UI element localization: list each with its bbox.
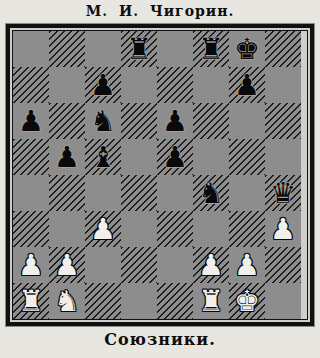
- square-c8: [85, 31, 121, 67]
- square-a7: [13, 67, 49, 103]
- square-e8: [157, 31, 193, 67]
- white-player-caption: Союзники.: [0, 330, 320, 350]
- square-c1: [85, 283, 121, 319]
- square-a1: ♜: [13, 283, 49, 319]
- white-pawn-b2: ♟: [49, 247, 85, 283]
- square-g6: [229, 103, 265, 139]
- square-d1: [121, 283, 157, 319]
- square-b2: ♟: [49, 247, 85, 283]
- square-c4: [85, 175, 121, 211]
- black-king-g8: ♚: [229, 31, 265, 67]
- white-pawn-h3: ♟: [265, 211, 301, 247]
- white-pawn-a2: ♟: [13, 247, 49, 283]
- square-f2: ♟: [193, 247, 229, 283]
- square-c6: ♞: [85, 103, 121, 139]
- square-d5: [121, 139, 157, 175]
- square-h8: [265, 31, 301, 67]
- square-f3: [193, 211, 229, 247]
- white-pawn-g2: ♟: [229, 247, 265, 283]
- square-d2: [121, 247, 157, 283]
- square-b5: ♟: [49, 139, 85, 175]
- square-a3: [13, 211, 49, 247]
- square-e4: [157, 175, 193, 211]
- square-h6: [265, 103, 301, 139]
- square-c7: ♟: [85, 67, 121, 103]
- square-b1: ♞: [49, 283, 85, 319]
- white-rook-f1: ♜: [193, 283, 229, 319]
- square-d7: [121, 67, 157, 103]
- square-h4: ♛: [265, 175, 301, 211]
- square-e2: [157, 247, 193, 283]
- black-knight-f4: ♞: [193, 175, 229, 211]
- square-g1: ♚: [229, 283, 265, 319]
- square-g4: [229, 175, 265, 211]
- board-frame: ♜♜♚♟♟♟♞♟♟♝♟♞♛♟♟♟♟♟♟♜♞♜♚: [6, 24, 314, 326]
- square-c2: [85, 247, 121, 283]
- black-player-title: М. И. Чигорин.: [0, 0, 320, 22]
- square-a2: ♟: [13, 247, 49, 283]
- white-pawn-c3: ♟: [85, 211, 121, 247]
- square-b3: [49, 211, 85, 247]
- square-f1: ♜: [193, 283, 229, 319]
- square-d6: [121, 103, 157, 139]
- white-knight-b1: ♞: [49, 283, 85, 319]
- black-pawn-e6: ♟: [157, 103, 193, 139]
- chess-board: ♜♜♚♟♟♟♞♟♟♝♟♞♛♟♟♟♟♟♟♜♞♜♚: [13, 31, 301, 319]
- square-e7: [157, 67, 193, 103]
- board-inner-border: ♜♜♚♟♟♟♞♟♟♝♟♞♛♟♟♟♟♟♟♜♞♜♚: [12, 30, 308, 320]
- black-queen-h4: ♛: [265, 175, 301, 211]
- black-rook-f8: ♜: [193, 31, 229, 67]
- square-d4: [121, 175, 157, 211]
- square-g8: ♚: [229, 31, 265, 67]
- scanned-book-page: М. И. Чигорин. ♜♜♚♟♟♟♞♟♟♝♟♞♛♟♟♟♟♟♟♜♞♜♚ С…: [0, 0, 320, 358]
- square-g7: ♟: [229, 67, 265, 103]
- square-f8: ♜: [193, 31, 229, 67]
- square-e3: [157, 211, 193, 247]
- square-b7: [49, 67, 85, 103]
- black-pawn-a6: ♟: [13, 103, 49, 139]
- square-g2: ♟: [229, 247, 265, 283]
- square-g5: [229, 139, 265, 175]
- square-d3: [121, 211, 157, 247]
- square-e1: [157, 283, 193, 319]
- black-knight-c6: ♞: [85, 103, 121, 139]
- square-a8: [13, 31, 49, 67]
- square-f5: [193, 139, 229, 175]
- black-rook-d8: ♜: [121, 31, 157, 67]
- square-d8: ♜: [121, 31, 157, 67]
- black-bishop-c5: ♝: [85, 139, 121, 175]
- white-pawn-f2: ♟: [193, 247, 229, 283]
- square-h3: ♟: [265, 211, 301, 247]
- square-f7: [193, 67, 229, 103]
- square-h1: [265, 283, 301, 319]
- square-f4: ♞: [193, 175, 229, 211]
- square-f6: [193, 103, 229, 139]
- black-pawn-b5: ♟: [49, 139, 85, 175]
- white-king-g1: ♚: [229, 283, 265, 319]
- square-h5: [265, 139, 301, 175]
- square-e6: ♟: [157, 103, 193, 139]
- square-g3: [229, 211, 265, 247]
- square-b4: [49, 175, 85, 211]
- black-pawn-c7: ♟: [85, 67, 121, 103]
- black-pawn-e5: ♟: [157, 139, 193, 175]
- square-a5: [13, 139, 49, 175]
- square-b6: [49, 103, 85, 139]
- square-e5: ♟: [157, 139, 193, 175]
- white-rook-a1: ♜: [13, 283, 49, 319]
- square-c5: ♝: [85, 139, 121, 175]
- black-pawn-g7: ♟: [229, 67, 265, 103]
- square-a6: ♟: [13, 103, 49, 139]
- square-c3: ♟: [85, 211, 121, 247]
- square-a4: [13, 175, 49, 211]
- square-h7: [265, 67, 301, 103]
- square-h2: [265, 247, 301, 283]
- square-b8: [49, 31, 85, 67]
